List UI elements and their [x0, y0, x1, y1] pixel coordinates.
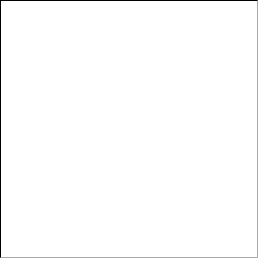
chess-board: [0, 0, 258, 258]
